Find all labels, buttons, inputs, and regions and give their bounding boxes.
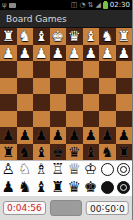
board-square[interactable]: ♜ <box>0 28 17 45</box>
board-square[interactable]: ♟ <box>0 45 17 62</box>
black-bishop-piece: ♝ <box>35 144 48 161</box>
white-pawn-piece: ♟ <box>68 45 81 62</box>
board-square[interactable] <box>50 61 67 78</box>
palette-cell[interactable]: ♟ <box>0 178 17 196</box>
black-rook-icon: ♜ <box>51 178 64 196</box>
board-square[interactable]: ♟ <box>17 127 34 144</box>
black-stone-icon <box>101 181 114 194</box>
board-square[interactable] <box>66 78 83 95</box>
black-rook-piece: ♜ <box>117 144 130 161</box>
white-rook-piece: ♜ <box>117 28 130 45</box>
black-bishop-piece: ♝ <box>84 144 97 161</box>
board-square[interactable]: ♝ <box>83 28 100 45</box>
black-pawn-icon: ♟ <box>2 178 15 196</box>
title-bar: Board Games <box>0 10 132 28</box>
signal-icon: ◢ <box>95 0 100 10</box>
black-pawn-piece: ♟ <box>117 127 130 144</box>
white-pawn-icon: ♙ <box>2 160 15 178</box>
status-bar: ψ ◫ ◔ ⇅ ◢ 02:30 <box>0 0 132 10</box>
board-square[interactable]: ♜ <box>0 144 17 161</box>
white-pawn-piece: ♟ <box>84 45 97 62</box>
board-square[interactable]: ♝ <box>33 28 50 45</box>
status-time: 02:30 <box>110 0 130 10</box>
palette-cell[interactable]: ♝ <box>33 178 50 196</box>
palette-cell[interactable] <box>99 178 116 196</box>
board-square[interactable] <box>66 61 83 78</box>
board-square[interactable] <box>33 78 50 95</box>
white-pawn-piece: ♟ <box>101 45 114 62</box>
black-stone-ringed-icon <box>117 181 130 194</box>
black-clock[interactable]: 0:05:00 <box>86 201 129 215</box>
black-pawn-piece: ♟ <box>68 127 81 144</box>
black-pawn-piece: ♟ <box>51 127 64 144</box>
board-square[interactable]: ♟ <box>17 45 34 62</box>
board-square[interactable]: ♟ <box>66 45 83 62</box>
white-stone-ringed-icon <box>117 163 130 176</box>
alarm-icon: ◔ <box>79 0 85 10</box>
palette-cell[interactable]: ♜ <box>50 178 67 196</box>
white-queen-piece: ♛ <box>68 28 81 45</box>
white-clock[interactable]: 0:04:56 <box>3 201 46 215</box>
battery-icon <box>103 2 108 9</box>
board-square[interactable]: ♞ <box>17 144 34 161</box>
board-square[interactable]: ♟ <box>116 127 133 144</box>
board-square[interactable] <box>17 61 34 78</box>
board-square[interactable] <box>116 94 133 111</box>
board-square[interactable] <box>50 94 67 111</box>
black-king-piece: ♚ <box>51 144 64 161</box>
black-knight-icon: ♞ <box>18 178 31 196</box>
board-square[interactable]: ♚ <box>50 28 67 45</box>
board-square[interactable]: ♟ <box>0 127 17 144</box>
board-square[interactable] <box>83 78 100 95</box>
chess-board[interactable]: ♜♞♝♚♛♝♞♜♟♟♟♟♟♟♟♟♟♟♟♟♟♟♟♟♜♞♝♚♛♝♞♜ <box>0 28 132 160</box>
board-square[interactable]: ♜ <box>116 28 133 45</box>
palette-cell[interactable] <box>99 160 116 178</box>
black-knight-piece: ♞ <box>18 144 31 161</box>
white-pawn-piece: ♟ <box>51 45 64 62</box>
board-square[interactable] <box>17 111 34 128</box>
board-square[interactable]: ♟ <box>33 127 50 144</box>
board-square[interactable]: ♞ <box>17 28 34 45</box>
sim-icon: ◫ <box>71 0 78 10</box>
black-pawn-piece: ♟ <box>2 127 15 144</box>
white-knight-piece: ♞ <box>101 28 114 45</box>
board-square[interactable] <box>33 94 50 111</box>
palette-cell[interactable]: ♚ <box>83 178 100 196</box>
board-square[interactable]: ♟ <box>99 127 116 144</box>
board-square[interactable]: ♜ <box>116 144 133 161</box>
data-transfer-icon: ⇅ <box>88 0 94 10</box>
board-square[interactable]: ♟ <box>66 127 83 144</box>
white-king-piece: ♚ <box>51 28 64 45</box>
board-square[interactable] <box>83 61 100 78</box>
board-square[interactable] <box>0 61 17 78</box>
white-rook-piece: ♜ <box>2 28 15 45</box>
status-icons-left: ψ <box>2 0 16 10</box>
white-king-icon: ♔ <box>84 160 97 178</box>
board-square[interactable]: ♝ <box>33 144 50 161</box>
board-square[interactable] <box>66 111 83 128</box>
board-square[interactable]: ♞ <box>99 28 116 45</box>
board-square[interactable] <box>83 111 100 128</box>
board-square[interactable] <box>99 111 116 128</box>
board-square[interactable]: ♟ <box>50 127 67 144</box>
board-square[interactable] <box>116 111 133 128</box>
black-pawn-piece: ♟ <box>18 127 31 144</box>
app-window: ψ ◫ ◔ ⇅ ◢ 02:30 Board Games ♜♞♝♚♛♝♞♜♟♟♟♟… <box>0 0 132 220</box>
palette-cell[interactable]: ♛ <box>66 178 83 196</box>
palette-cell[interactable]: ♕ <box>66 160 83 178</box>
white-stone-icon <box>101 163 114 176</box>
board-square[interactable]: ♟ <box>83 127 100 144</box>
white-rook-icon: ♖ <box>51 160 64 178</box>
white-pawn-piece: ♟ <box>35 45 48 62</box>
board-square[interactable]: ♚ <box>50 144 67 161</box>
board-square[interactable] <box>17 94 34 111</box>
white-knight-icon: ♘ <box>18 160 31 178</box>
usb-icon: ψ <box>2 0 7 10</box>
board-square[interactable] <box>116 61 133 78</box>
white-pawn-piece: ♟ <box>117 45 130 62</box>
clock-bar: 0:04:56 0:05:00 <box>0 196 132 220</box>
board-square[interactable] <box>0 111 17 128</box>
board-square[interactable]: ♟ <box>99 45 116 62</box>
white-pawn-piece: ♟ <box>2 45 15 62</box>
board-square[interactable] <box>83 94 100 111</box>
white-bishop-piece: ♝ <box>35 28 48 45</box>
board-square[interactable]: ♛ <box>66 144 83 161</box>
black-queen-piece: ♛ <box>68 144 81 161</box>
board-square[interactable]: ♟ <box>83 45 100 62</box>
black-queen-icon: ♛ <box>68 178 81 196</box>
palette-cell[interactable]: ♗ <box>33 160 50 178</box>
board-square[interactable]: ♛ <box>66 28 83 45</box>
palette-cell[interactable] <box>116 160 133 178</box>
palette-cell[interactable] <box>116 178 133 196</box>
board-square[interactable] <box>99 61 116 78</box>
board-square[interactable]: ♝ <box>83 144 100 161</box>
board-square[interactable] <box>33 61 50 78</box>
black-knight-piece: ♞ <box>101 144 114 161</box>
black-king-icon: ♚ <box>84 178 97 196</box>
board-square[interactable] <box>33 111 50 128</box>
storage-icon <box>9 3 16 8</box>
black-pawn-piece: ♟ <box>84 127 97 144</box>
board-square[interactable] <box>17 78 34 95</box>
white-queen-icon: ♕ <box>68 160 81 178</box>
board-square[interactable]: ♟ <box>50 45 67 62</box>
black-pawn-piece: ♟ <box>35 127 48 144</box>
page-title: Board Games <box>6 14 67 24</box>
board-square[interactable] <box>50 111 67 128</box>
board-square[interactable] <box>99 94 116 111</box>
palette-cell[interactable]: ♞ <box>17 178 34 196</box>
board-square[interactable] <box>50 78 67 95</box>
black-pawn-piece: ♟ <box>101 127 114 144</box>
white-bishop-icon: ♗ <box>35 160 48 178</box>
white-knight-piece: ♞ <box>18 28 31 45</box>
piece-palette[interactable]: ♙♘♗♖♕♔♟♞♝♜♛♚ <box>0 160 132 196</box>
clock-pause-button[interactable] <box>50 200 82 216</box>
white-bishop-piece: ♝ <box>84 28 97 45</box>
palette-cell[interactable]: ♖ <box>50 160 67 178</box>
black-rook-piece: ♜ <box>2 144 15 161</box>
board-square[interactable]: ♞ <box>99 144 116 161</box>
status-icons-right: ◫ ◔ ⇅ ◢ 02:30 <box>71 0 130 10</box>
board-square[interactable] <box>99 78 116 95</box>
board-square[interactable] <box>0 94 17 111</box>
board-square[interactable] <box>66 94 83 111</box>
board-square[interactable] <box>116 78 133 95</box>
palette-cell[interactable]: ♔ <box>83 160 100 178</box>
board-square[interactable] <box>0 78 17 95</box>
white-pawn-piece: ♟ <box>18 45 31 62</box>
board-square[interactable]: ♟ <box>33 45 50 62</box>
palette-cell[interactable]: ♙ <box>0 160 17 178</box>
palette-cell[interactable]: ♘ <box>17 160 34 178</box>
black-bishop-icon: ♝ <box>35 178 48 196</box>
board-square[interactable]: ♟ <box>116 45 133 62</box>
